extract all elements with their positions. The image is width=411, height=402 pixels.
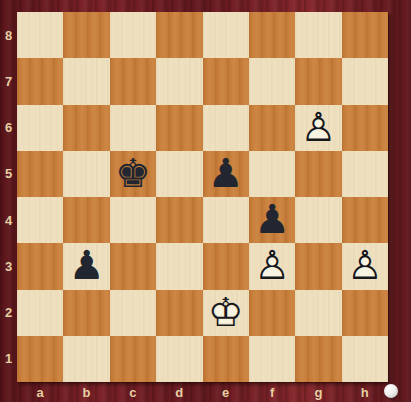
pawn-outline-glyph: ♙ bbox=[295, 106, 341, 146]
pawn-outline-glyph: ♙ bbox=[342, 245, 388, 285]
square-h7[interactable] bbox=[342, 58, 388, 104]
square-a4[interactable] bbox=[17, 197, 63, 243]
square-g3[interactable] bbox=[295, 243, 341, 289]
square-c6[interactable] bbox=[110, 105, 156, 151]
square-g1[interactable] bbox=[295, 336, 341, 382]
chess-board-frame: ♟♙♚♟♟♟♟♙♟♙♚♔ 87654321 abcdefgh bbox=[0, 0, 411, 402]
square-d1[interactable] bbox=[156, 336, 202, 382]
king-glyph: ♚ bbox=[110, 153, 156, 193]
square-g7[interactable] bbox=[295, 58, 341, 104]
square-d7[interactable] bbox=[156, 58, 202, 104]
square-c4[interactable] bbox=[110, 197, 156, 243]
rank-label-7: 7 bbox=[0, 58, 17, 104]
square-g2[interactable] bbox=[295, 290, 341, 336]
square-c5[interactable]: ♚ bbox=[110, 151, 156, 197]
square-h8[interactable] bbox=[342, 12, 388, 58]
square-c8[interactable] bbox=[110, 12, 156, 58]
white-pawn[interactable]: ♟♙ bbox=[342, 243, 388, 289]
square-d8[interactable] bbox=[156, 12, 202, 58]
square-h6[interactable] bbox=[342, 105, 388, 151]
file-label-b: b bbox=[63, 382, 109, 402]
file-label-e: e bbox=[203, 382, 249, 402]
square-a6[interactable] bbox=[17, 105, 63, 151]
square-d2[interactable] bbox=[156, 290, 202, 336]
square-c1[interactable] bbox=[110, 336, 156, 382]
square-f4[interactable]: ♟ bbox=[249, 197, 295, 243]
square-h1[interactable] bbox=[342, 336, 388, 382]
chess-board: ♟♙♚♟♟♟♟♙♟♙♚♔ bbox=[17, 12, 388, 382]
square-a5[interactable] bbox=[17, 151, 63, 197]
square-f8[interactable] bbox=[249, 12, 295, 58]
square-b8[interactable] bbox=[63, 12, 109, 58]
square-f2[interactable] bbox=[249, 290, 295, 336]
rank-labels: 87654321 bbox=[0, 12, 17, 382]
square-c3[interactable] bbox=[110, 243, 156, 289]
square-a8[interactable] bbox=[17, 12, 63, 58]
rank-label-8: 8 bbox=[0, 12, 17, 58]
square-h4[interactable] bbox=[342, 197, 388, 243]
file-label-d: d bbox=[156, 382, 202, 402]
square-h3[interactable]: ♟♙ bbox=[342, 243, 388, 289]
file-label-g: g bbox=[295, 382, 341, 402]
square-e4[interactable] bbox=[203, 197, 249, 243]
square-g5[interactable] bbox=[295, 151, 341, 197]
file-label-h: h bbox=[342, 382, 388, 402]
square-h5[interactable] bbox=[342, 151, 388, 197]
square-b2[interactable] bbox=[63, 290, 109, 336]
square-f1[interactable] bbox=[249, 336, 295, 382]
white-to-move-indicator bbox=[384, 384, 398, 398]
square-b6[interactable] bbox=[63, 105, 109, 151]
rank-label-1: 1 bbox=[0, 336, 17, 382]
white-king[interactable]: ♚♔ bbox=[203, 290, 249, 336]
square-f5[interactable] bbox=[249, 151, 295, 197]
square-e2[interactable]: ♚♔ bbox=[203, 290, 249, 336]
black-pawn[interactable]: ♟ bbox=[63, 243, 109, 289]
square-b4[interactable] bbox=[63, 197, 109, 243]
rank-label-4: 4 bbox=[0, 197, 17, 243]
square-e1[interactable] bbox=[203, 336, 249, 382]
square-a2[interactable] bbox=[17, 290, 63, 336]
square-e8[interactable] bbox=[203, 12, 249, 58]
square-b3[interactable]: ♟ bbox=[63, 243, 109, 289]
square-b5[interactable] bbox=[63, 151, 109, 197]
square-a3[interactable] bbox=[17, 243, 63, 289]
rank-label-3: 3 bbox=[0, 243, 17, 289]
file-label-f: f bbox=[249, 382, 295, 402]
square-a1[interactable] bbox=[17, 336, 63, 382]
square-d3[interactable] bbox=[156, 243, 202, 289]
file-label-a: a bbox=[17, 382, 63, 402]
black-king[interactable]: ♚ bbox=[110, 151, 156, 197]
square-d6[interactable] bbox=[156, 105, 202, 151]
square-a7[interactable] bbox=[17, 58, 63, 104]
pawn-glyph: ♟ bbox=[249, 199, 295, 239]
square-c7[interactable] bbox=[110, 58, 156, 104]
pawn-glyph: ♟ bbox=[203, 153, 249, 193]
square-b7[interactable] bbox=[63, 58, 109, 104]
square-h2[interactable] bbox=[342, 290, 388, 336]
black-pawn[interactable]: ♟ bbox=[203, 151, 249, 197]
rank-label-2: 2 bbox=[0, 290, 17, 336]
white-pawn[interactable]: ♟♙ bbox=[295, 105, 341, 151]
square-e7[interactable] bbox=[203, 58, 249, 104]
white-pawn[interactable]: ♟♙ bbox=[249, 243, 295, 289]
square-d4[interactable] bbox=[156, 197, 202, 243]
pawn-glyph: ♟ bbox=[63, 245, 109, 285]
square-c2[interactable] bbox=[110, 290, 156, 336]
square-d5[interactable] bbox=[156, 151, 202, 197]
square-g8[interactable] bbox=[295, 12, 341, 58]
king-outline-glyph: ♔ bbox=[203, 291, 249, 331]
pawn-outline-glyph: ♙ bbox=[249, 245, 295, 285]
file-labels: abcdefgh bbox=[17, 382, 388, 402]
square-f6[interactable] bbox=[249, 105, 295, 151]
black-pawn[interactable]: ♟ bbox=[249, 197, 295, 243]
square-e5[interactable]: ♟ bbox=[203, 151, 249, 197]
square-f3[interactable]: ♟♙ bbox=[249, 243, 295, 289]
square-e6[interactable] bbox=[203, 105, 249, 151]
rank-label-5: 5 bbox=[0, 151, 17, 197]
square-b1[interactable] bbox=[63, 336, 109, 382]
file-label-c: c bbox=[110, 382, 156, 402]
square-e3[interactable] bbox=[203, 243, 249, 289]
square-g4[interactable] bbox=[295, 197, 341, 243]
square-g6[interactable]: ♟♙ bbox=[295, 105, 341, 151]
rank-label-6: 6 bbox=[0, 105, 17, 151]
square-f7[interactable] bbox=[249, 58, 295, 104]
